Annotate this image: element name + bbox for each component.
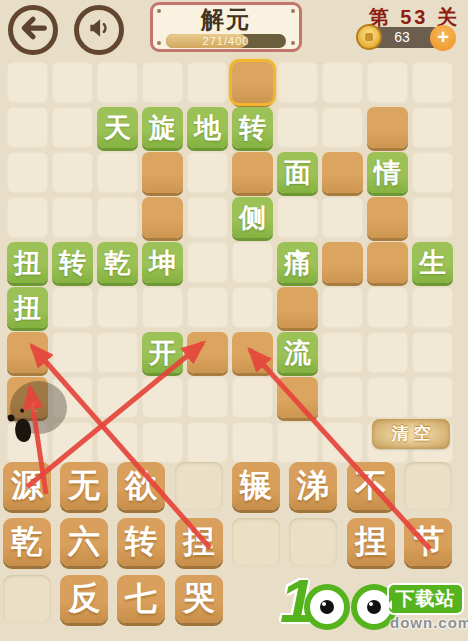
tray-empty-slot: [175, 462, 223, 510]
board-tile-开: 开: [142, 332, 183, 373]
board-tile-地: 地: [187, 107, 228, 148]
board-blank-cell[interactable]: [322, 242, 363, 283]
add-coins-button[interactable]: +: [430, 25, 456, 51]
board-blank-cell[interactable]: [322, 152, 363, 193]
grid-cell: [142, 287, 183, 328]
clear-button[interactable]: 清空: [372, 419, 450, 449]
grid-cell: [7, 152, 48, 193]
board-blank-cell[interactable]: [277, 287, 318, 328]
grid-cell: [322, 377, 363, 418]
grid-cell: [142, 377, 183, 418]
board-blank-cell[interactable]: [232, 332, 273, 373]
grid-cell: [277, 62, 318, 103]
board-blank-cell[interactable]: [277, 377, 318, 418]
progress-bar: 271/400: [166, 34, 286, 48]
tray-tile-节[interactable]: 节: [404, 518, 452, 566]
board-tile-侧: 侧: [232, 197, 273, 238]
board-tile-面: 面: [277, 152, 318, 193]
grid-cell: [97, 197, 138, 238]
grid-cell: [412, 62, 453, 103]
chevron-left-icon: ‹: [29, 390, 38, 421]
tray-tile-捏[interactable]: 捏: [175, 518, 223, 566]
grid-cell: [7, 62, 48, 103]
tray-tile-哭[interactable]: 哭: [175, 575, 223, 623]
grid-cell: [52, 107, 93, 148]
board-tile-痛: 痛: [277, 242, 318, 283]
grid-cell: [97, 62, 138, 103]
speaker-icon: [86, 15, 112, 45]
grid-cell: [232, 422, 273, 463]
grid-cell: [412, 287, 453, 328]
grid-cell: [97, 332, 138, 373]
grid-cell: [322, 332, 363, 373]
grid-cell: [322, 107, 363, 148]
grid-cell: [322, 422, 363, 463]
board-blank-cell[interactable]: [367, 197, 408, 238]
watermark-site-badge: 下载站: [387, 583, 464, 615]
board-blank-cell[interactable]: [142, 152, 183, 193]
grid-cell: [367, 287, 408, 328]
tray-tile-源[interactable]: 源: [3, 462, 51, 510]
tray-tile-捏[interactable]: 捏: [347, 518, 395, 566]
back-arrow-icon: [18, 13, 48, 47]
tray-tile-欲[interactable]: 欲: [117, 462, 165, 510]
board-tile-扭: 扭: [7, 287, 48, 328]
tray-empty-slot: [404, 462, 452, 510]
tray-empty-slot: [289, 518, 337, 566]
board-tile-乾: 乾: [97, 242, 138, 283]
board-blank-cell[interactable]: [142, 197, 183, 238]
grid-cell: [52, 152, 93, 193]
grid-cell: [322, 62, 363, 103]
grid-cell: [412, 107, 453, 148]
board-blank-cell[interactable]: [187, 332, 228, 373]
grid-cell: [142, 62, 183, 103]
watermark-eye-icon: [304, 584, 350, 630]
grid-cell: [232, 377, 273, 418]
tray-tile-无[interactable]: 无: [60, 462, 108, 510]
board-blank-cell[interactable]: [7, 332, 48, 373]
grid-cell: [187, 422, 228, 463]
board-blank-cell[interactable]: [367, 107, 408, 148]
tray-tile-转[interactable]: 转: [117, 518, 165, 566]
grid-cell: [412, 377, 453, 418]
progress-label: 271/400: [166, 34, 286, 48]
sound-button[interactable]: [74, 5, 124, 55]
rank-title: 解元: [153, 7, 299, 32]
grid-cell: [97, 377, 138, 418]
grid-cell: [412, 197, 453, 238]
board-tile-流: 流: [277, 332, 318, 373]
rank-plaque: 解元 271/400: [150, 2, 302, 52]
tray-tile-不[interactable]: 不: [347, 462, 395, 510]
tray-tile-乾[interactable]: 乾: [3, 518, 51, 566]
grid-cell: [7, 197, 48, 238]
grid-cell: [232, 242, 273, 283]
grid-cell: [277, 422, 318, 463]
grid-cell: [367, 62, 408, 103]
grid-cell: [187, 197, 228, 238]
grid-cell: [97, 422, 138, 463]
grid-cell: [97, 287, 138, 328]
grid-cell: [322, 287, 363, 328]
grid-cell: [187, 377, 228, 418]
board-blank-selected[interactable]: [232, 62, 273, 103]
board-tile-扭: 扭: [7, 242, 48, 283]
grid-cell: [187, 62, 228, 103]
grid-cell: [232, 287, 273, 328]
watermark: 1 下载站 down.com: [278, 568, 468, 641]
game-screen: 解元 271/400 第 53 关 63 + 天旋地转面情侧扭转乾坤痛生扭开流 …: [0, 0, 468, 641]
board-tile-天: 天: [97, 107, 138, 148]
grid-cell: [52, 62, 93, 103]
plaque-nail: [157, 41, 161, 45]
grid-cell: [412, 332, 453, 373]
grid-cell: [277, 107, 318, 148]
board-tile-转: 转: [52, 242, 93, 283]
grid-cell: [412, 152, 453, 193]
tray-tile-反[interactable]: 反: [60, 575, 108, 623]
tray-empty-slot: [3, 575, 51, 623]
grid-cell: [187, 152, 228, 193]
board-tile-转: 转: [232, 107, 273, 148]
grid-cell: [52, 197, 93, 238]
grid-cell: [322, 197, 363, 238]
grid-cell: [7, 107, 48, 148]
board-tile-生: 生: [412, 242, 453, 283]
back-button[interactable]: [8, 5, 58, 55]
grid-cell: [52, 287, 93, 328]
tray-tile-辗[interactable]: 辗: [232, 462, 280, 510]
grid-cell: [52, 422, 93, 463]
grid-cell: [187, 242, 228, 283]
tray-tile-六[interactable]: 六: [60, 518, 108, 566]
grid-cell: [187, 287, 228, 328]
tray-tile-七[interactable]: 七: [117, 575, 165, 623]
plaque-nail: [291, 41, 295, 45]
grid-cell: [367, 377, 408, 418]
grid-cell: [97, 152, 138, 193]
board-tile-旋: 旋: [142, 107, 183, 148]
grid-cell: [277, 197, 318, 238]
board-blank-cell[interactable]: [232, 152, 273, 193]
board-tile-坤: 坤: [142, 242, 183, 283]
grid-cell: [52, 332, 93, 373]
tray-empty-slot: [232, 518, 280, 566]
board-blank-cell[interactable]: [367, 242, 408, 283]
watermark-domain: down.com: [390, 614, 468, 631]
tray-tile-涕[interactable]: 涕: [289, 462, 337, 510]
board-tile-情: 情: [367, 152, 408, 193]
grid-cell: [142, 422, 183, 463]
grid-cell: [367, 332, 408, 373]
